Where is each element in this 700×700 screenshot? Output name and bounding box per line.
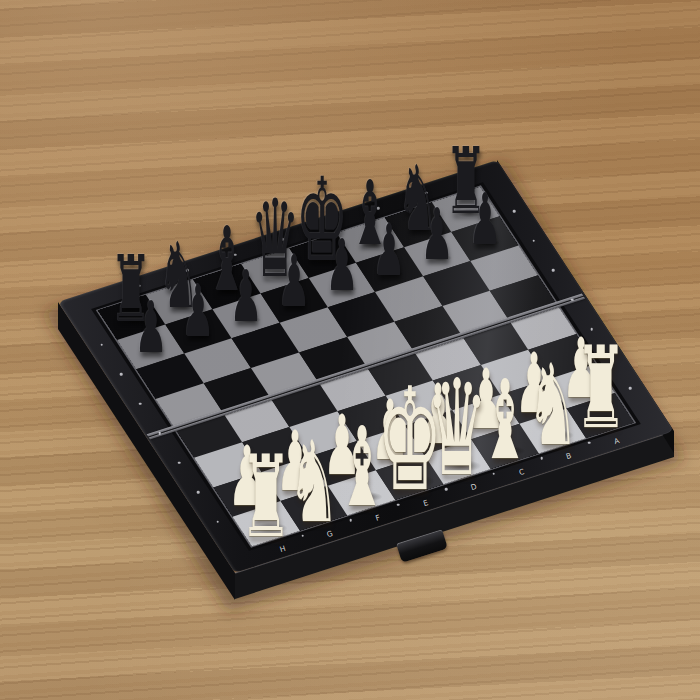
piece-black-pawn-c7[interactable]: ♟ [373,215,406,286]
edge-dot-right [552,269,555,272]
edge-dot-right [532,239,535,242]
edge-dot-left [120,373,123,376]
piece-black-pawn-e7[interactable]: ♟ [277,246,310,317]
edge-dot-right [513,210,516,213]
piece-white-rook-a1[interactable]: ♜ [574,332,627,445]
edge-dot-right [571,298,574,301]
piece-black-pawn-a7[interactable]: ♟ [468,184,501,255]
piece-white-rook-h1[interactable]: ♜ [240,440,293,553]
chess-set-photo: HGFEDCBA ♜♞♝♚♛♝♞♜♟♟♟♟♟♟♟♟♟♟♟♟♟♟♟♟♜♞♝♛♚♝♞… [0,0,700,700]
edge-dot-right [629,387,632,390]
piece-black-pawn-b7[interactable]: ♟ [421,200,454,271]
piece-black-pawn-g7[interactable]: ♟ [182,277,215,348]
edge-dot-left [216,520,219,523]
piece-white-knight-g1[interactable]: ♞ [288,426,340,538]
edge-dot-left [101,343,104,346]
edge-dot-left [178,461,181,464]
edge-dot-left [158,432,161,435]
piece-black-pawn-h7[interactable]: ♟ [134,292,167,363]
edge-dot-left [139,402,142,405]
piece-black-pawn-d7[interactable]: ♟ [325,230,358,301]
piece-white-bishop-f1[interactable]: ♝ [336,412,387,522]
piece-white-knight-b1[interactable]: ♞ [527,348,579,460]
edge-dot-left [197,491,200,494]
piece-black-pawn-f7[interactable]: ♟ [229,261,262,332]
